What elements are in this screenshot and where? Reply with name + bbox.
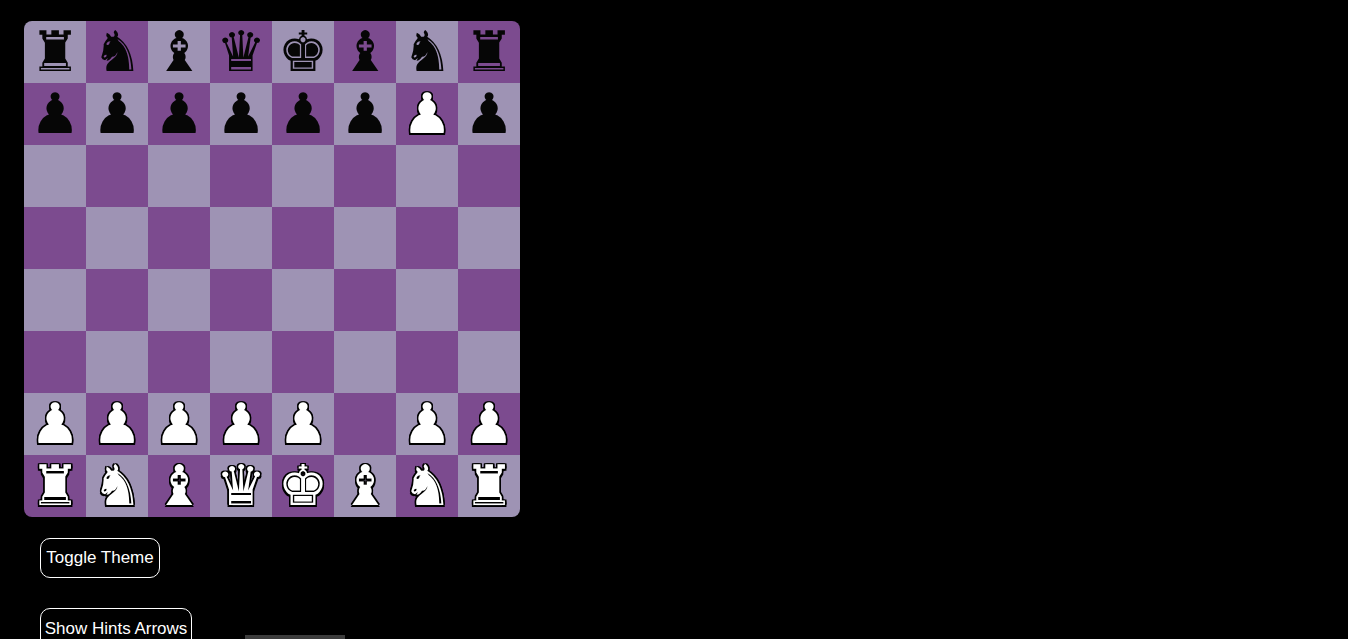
square-e7[interactable]: ♟ — [272, 83, 334, 145]
piece-black-rook-a8[interactable]: ♜ — [30, 21, 80, 83]
square-a4[interactable] — [24, 269, 86, 331]
square-c2[interactable]: ♟ — [148, 393, 210, 455]
square-c4[interactable] — [148, 269, 210, 331]
square-e3[interactable] — [272, 331, 334, 393]
square-a1[interactable]: ♜ — [24, 455, 86, 517]
square-c5[interactable] — [148, 207, 210, 269]
piece-white-rook-a1[interactable]: ♜ — [30, 455, 80, 517]
square-d1[interactable]: ♛ — [210, 455, 272, 517]
square-c7[interactable]: ♟ — [148, 83, 210, 145]
square-h1[interactable]: ♜ — [458, 455, 520, 517]
piece-white-pawn-g7[interactable]: ♟ — [402, 83, 452, 145]
square-h4[interactable] — [458, 269, 520, 331]
square-d3[interactable] — [210, 331, 272, 393]
square-g6[interactable] — [396, 145, 458, 207]
square-b8[interactable]: ♞ — [86, 21, 148, 83]
piece-white-pawn-b2[interactable]: ♟ — [92, 393, 142, 455]
square-f6[interactable] — [334, 145, 396, 207]
square-e2[interactable]: ♟ — [272, 393, 334, 455]
square-b2[interactable]: ♟ — [86, 393, 148, 455]
piece-black-bishop-c8[interactable]: ♝ — [154, 21, 204, 83]
square-d5[interactable] — [210, 207, 272, 269]
square-f5[interactable] — [334, 207, 396, 269]
piece-black-pawn-f7[interactable]: ♟ — [340, 83, 390, 145]
partially-visible-control-edge[interactable] — [245, 635, 345, 639]
square-a8[interactable]: ♜ — [24, 21, 86, 83]
square-g8[interactable]: ♞ — [396, 21, 458, 83]
square-c8[interactable]: ♝ — [148, 21, 210, 83]
square-b5[interactable] — [86, 207, 148, 269]
square-b7[interactable]: ♟ — [86, 83, 148, 145]
square-h5[interactable] — [458, 207, 520, 269]
piece-white-pawn-a2[interactable]: ♟ — [30, 393, 80, 455]
square-g2[interactable]: ♟ — [396, 393, 458, 455]
square-c6[interactable] — [148, 145, 210, 207]
square-d4[interactable] — [210, 269, 272, 331]
piece-black-king-e8[interactable]: ♚ — [278, 21, 328, 83]
square-e6[interactable] — [272, 145, 334, 207]
square-f7[interactable]: ♟ — [334, 83, 396, 145]
piece-black-bishop-f8[interactable]: ♝ — [340, 21, 390, 83]
square-f4[interactable] — [334, 269, 396, 331]
square-h8[interactable]: ♜ — [458, 21, 520, 83]
square-h6[interactable] — [458, 145, 520, 207]
square-b4[interactable] — [86, 269, 148, 331]
chess-board: ♜♞♝♛♚♝♞♜♟♟♟♟♟♟♟♟♟♟♟♟♟♟♟♜♞♝♛♚♝♞♜ — [24, 21, 520, 517]
piece-white-queen-d1[interactable]: ♛ — [216, 455, 266, 517]
square-f1[interactable]: ♝ — [334, 455, 396, 517]
square-g1[interactable]: ♞ — [396, 455, 458, 517]
square-e8[interactable]: ♚ — [272, 21, 334, 83]
piece-black-queen-d8[interactable]: ♛ — [216, 21, 266, 83]
square-a3[interactable] — [24, 331, 86, 393]
piece-black-pawn-h7[interactable]: ♟ — [464, 83, 514, 145]
square-c1[interactable]: ♝ — [148, 455, 210, 517]
square-g4[interactable] — [396, 269, 458, 331]
square-a5[interactable] — [24, 207, 86, 269]
square-d8[interactable]: ♛ — [210, 21, 272, 83]
square-d7[interactable]: ♟ — [210, 83, 272, 145]
piece-black-rook-h8[interactable]: ♜ — [464, 21, 514, 83]
piece-white-bishop-f1[interactable]: ♝ — [340, 455, 390, 517]
piece-white-pawn-h2[interactable]: ♟ — [464, 393, 514, 455]
square-a7[interactable]: ♟ — [24, 83, 86, 145]
piece-white-bishop-c1[interactable]: ♝ — [154, 455, 204, 517]
square-e1[interactable]: ♚ — [272, 455, 334, 517]
piece-white-pawn-d2[interactable]: ♟ — [216, 393, 266, 455]
square-e5[interactable] — [272, 207, 334, 269]
square-f3[interactable] — [334, 331, 396, 393]
piece-white-king-e1[interactable]: ♚ — [278, 455, 328, 517]
square-g3[interactable] — [396, 331, 458, 393]
piece-black-pawn-b7[interactable]: ♟ — [92, 83, 142, 145]
square-f8[interactable]: ♝ — [334, 21, 396, 83]
piece-white-knight-g1[interactable]: ♞ — [402, 455, 452, 517]
square-d6[interactable] — [210, 145, 272, 207]
square-h2[interactable]: ♟ — [458, 393, 520, 455]
show-hints-arrows-button[interactable]: Show Hints Arrows — [40, 608, 192, 639]
square-b3[interactable] — [86, 331, 148, 393]
piece-white-pawn-c2[interactable]: ♟ — [154, 393, 204, 455]
square-h3[interactable] — [458, 331, 520, 393]
square-d2[interactable]: ♟ — [210, 393, 272, 455]
piece-black-pawn-e7[interactable]: ♟ — [278, 83, 328, 145]
square-c3[interactable] — [148, 331, 210, 393]
square-f2[interactable] — [334, 393, 396, 455]
square-b6[interactable] — [86, 145, 148, 207]
piece-black-pawn-a7[interactable]: ♟ — [30, 83, 80, 145]
piece-white-rook-h1[interactable]: ♜ — [464, 455, 514, 517]
square-h7[interactable]: ♟ — [458, 83, 520, 145]
piece-black-knight-g8[interactable]: ♞ — [402, 21, 452, 83]
piece-white-pawn-e2[interactable]: ♟ — [278, 393, 328, 455]
piece-black-pawn-d7[interactable]: ♟ — [216, 83, 266, 145]
square-a6[interactable] — [24, 145, 86, 207]
piece-white-pawn-g2[interactable]: ♟ — [402, 393, 452, 455]
square-b1[interactable]: ♞ — [86, 455, 148, 517]
toggle-theme-button[interactable]: Toggle Theme — [40, 538, 160, 578]
piece-black-pawn-c7[interactable]: ♟ — [154, 83, 204, 145]
piece-black-knight-b8[interactable]: ♞ — [92, 21, 142, 83]
square-e4[interactable] — [272, 269, 334, 331]
piece-white-knight-b1[interactable]: ♞ — [92, 455, 142, 517]
square-g7[interactable]: ♟ — [396, 83, 458, 145]
square-a2[interactable]: ♟ — [24, 393, 86, 455]
square-g5[interactable] — [396, 207, 458, 269]
